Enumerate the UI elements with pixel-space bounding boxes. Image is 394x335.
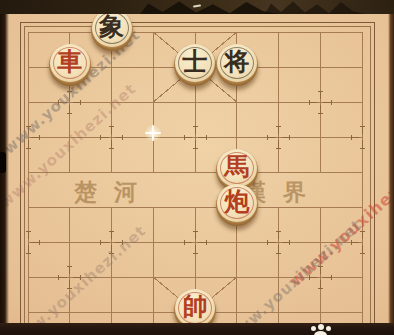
- piece-glyph: 士: [183, 43, 208, 81]
- paw-icon[interactable]: [308, 323, 336, 335]
- piece-black-general[interactable]: 将: [216, 44, 258, 86]
- xiangqi-app-screen: 楚河 漢界 www.youxihezi.net www.youxihezi.ne…: [0, 0, 394, 335]
- topbar-graphic: [140, 0, 280, 14]
- topbar-graphic: [265, 0, 365, 14]
- piece-glyph: 炮: [224, 183, 249, 221]
- river-label-left: 楚河: [74, 177, 154, 208]
- piece-glyph: 車: [57, 43, 82, 81]
- piece-glyph: 将: [224, 43, 249, 81]
- topbar-highlight: [193, 4, 201, 7]
- right-edge-shadow: [388, 0, 394, 335]
- piece-red-cannon[interactable]: 炮: [216, 184, 258, 226]
- piece-red-chariot[interactable]: 車: [49, 44, 91, 86]
- side-drawer-handle[interactable]: [0, 152, 6, 173]
- piece-glyph: 帥: [183, 288, 208, 326]
- piece-black-elephant[interactable]: 象: [91, 9, 133, 51]
- piece-glyph: 馬: [224, 148, 249, 186]
- top-bar: [0, 0, 394, 14]
- piece-black-advisor[interactable]: 士: [174, 44, 216, 86]
- sparkle-effect: [144, 124, 162, 142]
